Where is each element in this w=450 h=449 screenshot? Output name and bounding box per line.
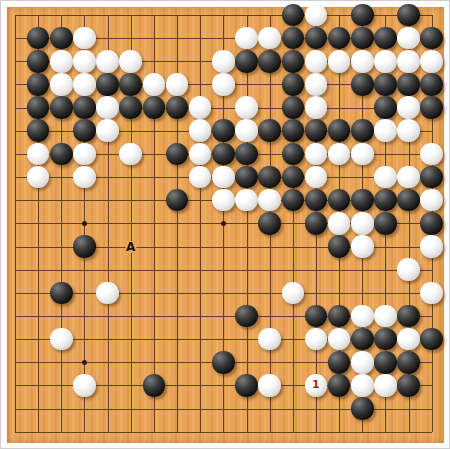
stone-white[interactable] <box>420 235 443 258</box>
stone-white[interactable] <box>73 374 96 397</box>
stone-black[interactable] <box>119 96 142 119</box>
stone-white[interactable] <box>166 73 189 96</box>
stone-white[interactable] <box>397 50 420 73</box>
star-point <box>82 360 87 365</box>
stone-black[interactable] <box>420 96 443 119</box>
stone-black[interactable] <box>235 374 258 397</box>
grid-line-horizontal <box>15 270 432 271</box>
stone-white[interactable] <box>397 27 420 50</box>
stone-white[interactable] <box>212 50 235 73</box>
stone-white[interactable] <box>235 119 258 142</box>
stone-white[interactable] <box>27 143 50 166</box>
stone-black[interactable] <box>258 119 281 142</box>
stone-black[interactable] <box>397 4 420 27</box>
stone-black[interactable] <box>212 351 235 374</box>
stone-white[interactable] <box>50 50 73 73</box>
stone-black[interactable] <box>420 73 443 96</box>
stone-white[interactable] <box>397 258 420 281</box>
stone-white[interactable] <box>258 27 281 50</box>
stone-white[interactable] <box>397 119 420 142</box>
stone-black[interactable] <box>282 96 305 119</box>
stone-white[interactable] <box>351 235 374 258</box>
stone-white[interactable] <box>119 50 142 73</box>
stone-black[interactable] <box>351 4 374 27</box>
stone-black[interactable] <box>50 27 73 50</box>
stone-white[interactable] <box>351 143 374 166</box>
stone-black[interactable] <box>351 328 374 351</box>
grid-line-horizontal <box>15 432 432 433</box>
stone-white[interactable] <box>50 73 73 96</box>
stone-black[interactable] <box>166 143 189 166</box>
move-number-label: 1 <box>312 380 320 391</box>
go-board[interactable]: A1 <box>7 7 444 443</box>
stone-white[interactable] <box>397 328 420 351</box>
stone-white[interactable] <box>374 374 397 397</box>
stone-white[interactable] <box>96 282 119 305</box>
stone-black[interactable] <box>351 27 374 50</box>
stone-black[interactable] <box>212 119 235 142</box>
stone-white[interactable] <box>189 119 212 142</box>
stone-black[interactable] <box>119 73 142 96</box>
stone-black[interactable] <box>282 119 305 142</box>
stone-white[interactable] <box>420 282 443 305</box>
stone-black[interactable] <box>420 27 443 50</box>
stone-black[interactable] <box>282 166 305 189</box>
stone-black[interactable] <box>374 328 397 351</box>
stone-white[interactable] <box>73 73 96 96</box>
stone-white[interactable] <box>73 50 96 73</box>
stone-black[interactable] <box>397 73 420 96</box>
stone-black[interactable] <box>27 119 50 142</box>
stone-white[interactable] <box>374 166 397 189</box>
stone-black[interactable] <box>374 189 397 212</box>
stone-black[interactable] <box>374 96 397 119</box>
stone-black[interactable] <box>328 27 351 50</box>
stone-white[interactable] <box>258 189 281 212</box>
stone-white[interactable] <box>73 143 96 166</box>
stone-white[interactable] <box>73 166 96 189</box>
stone-black[interactable] <box>235 50 258 73</box>
stone-black[interactable] <box>328 119 351 142</box>
stone-white[interactable] <box>328 328 351 351</box>
stone-white[interactable] <box>73 27 96 50</box>
stone-white[interactable] <box>212 73 235 96</box>
stone-black[interactable] <box>282 4 305 27</box>
stone-white[interactable] <box>420 143 443 166</box>
stone-black[interactable] <box>305 305 328 328</box>
stone-black[interactable] <box>143 96 166 119</box>
stone-black[interactable] <box>374 73 397 96</box>
stone-black[interactable] <box>351 73 374 96</box>
stone-black[interactable] <box>374 27 397 50</box>
stone-black[interactable] <box>305 119 328 142</box>
stone-black[interactable] <box>328 305 351 328</box>
stone-black[interactable] <box>282 50 305 73</box>
stone-black[interactable] <box>397 351 420 374</box>
star-point <box>221 221 226 226</box>
stone-white[interactable] <box>96 50 119 73</box>
stone-black[interactable] <box>420 212 443 235</box>
stone-black[interactable] <box>166 189 189 212</box>
stone-white[interactable] <box>282 282 305 305</box>
stone-white[interactable] <box>189 143 212 166</box>
stone-black[interactable] <box>27 50 50 73</box>
stone-white[interactable] <box>374 119 397 142</box>
stone-white[interactable] <box>305 143 328 166</box>
stone-black[interactable] <box>351 397 374 420</box>
stone-white[interactable] <box>235 27 258 50</box>
stone-black[interactable] <box>50 96 73 119</box>
stone-black[interactable] <box>397 189 420 212</box>
stone-white[interactable] <box>212 189 235 212</box>
stone-white[interactable] <box>351 374 374 397</box>
stone-black[interactable] <box>282 27 305 50</box>
stone-black[interactable] <box>143 374 166 397</box>
stone-black[interactable] <box>73 96 96 119</box>
stone-black[interactable] <box>374 351 397 374</box>
grid-line-horizontal <box>15 293 432 294</box>
stone-white[interactable] <box>212 166 235 189</box>
stone-black[interactable] <box>50 282 73 305</box>
stone-black[interactable] <box>282 143 305 166</box>
stone-black[interactable] <box>351 119 374 142</box>
stone-black[interactable] <box>420 166 443 189</box>
stone-white[interactable] <box>27 166 50 189</box>
stone-black[interactable] <box>397 305 420 328</box>
board-frame: A1 <box>0 0 450 449</box>
stone-white[interactable] <box>351 50 374 73</box>
stone-black[interactable] <box>258 50 281 73</box>
stone-black[interactable] <box>258 212 281 235</box>
stone-black[interactable] <box>212 143 235 166</box>
stone-black[interactable] <box>305 189 328 212</box>
stone-white[interactable] <box>96 96 119 119</box>
stone-black[interactable] <box>258 166 281 189</box>
stone-black[interactable] <box>96 73 119 96</box>
stone-black[interactable] <box>27 27 50 50</box>
stone-black[interactable] <box>328 189 351 212</box>
stone-white[interactable] <box>305 96 328 119</box>
stone-black[interactable] <box>166 96 189 119</box>
stone-white[interactable] <box>96 119 119 142</box>
stone-white[interactable] <box>258 328 281 351</box>
stone-black[interactable] <box>328 235 351 258</box>
stone-white[interactable] <box>305 328 328 351</box>
stone-black[interactable] <box>282 189 305 212</box>
stone-black[interactable] <box>328 374 351 397</box>
stone-black[interactable] <box>235 305 258 328</box>
stone-black[interactable] <box>73 119 96 142</box>
stone-white[interactable] <box>143 73 166 96</box>
stone-black[interactable] <box>351 189 374 212</box>
stone-black[interactable] <box>397 374 420 397</box>
stone-black[interactable] <box>374 212 397 235</box>
stone-white[interactable] <box>420 189 443 212</box>
stone-white[interactable] <box>50 328 73 351</box>
stone-white[interactable] <box>328 143 351 166</box>
stone-black[interactable] <box>50 143 73 166</box>
stone-white[interactable] <box>328 50 351 73</box>
stone-white[interactable] <box>235 96 258 119</box>
stone-black[interactable] <box>282 73 305 96</box>
stone-white[interactable] <box>305 73 328 96</box>
stone-white[interactable] <box>351 305 374 328</box>
stone-white[interactable] <box>328 212 351 235</box>
stone-white[interactable] <box>235 189 258 212</box>
stone-black[interactable] <box>305 27 328 50</box>
stone-white[interactable] <box>305 50 328 73</box>
stone-black[interactable] <box>235 143 258 166</box>
stone-white[interactable] <box>420 50 443 73</box>
stone-white[interactable] <box>189 166 212 189</box>
stone-white[interactable] <box>351 351 374 374</box>
stone-white[interactable] <box>258 374 281 397</box>
stone-white[interactable] <box>397 166 420 189</box>
stone-white[interactable] <box>351 212 374 235</box>
stone-black[interactable] <box>328 351 351 374</box>
star-point <box>82 221 87 226</box>
grid-line-vertical <box>247 15 248 432</box>
stone-white[interactable] <box>305 4 328 27</box>
stone-white[interactable] <box>374 50 397 73</box>
stone-black[interactable] <box>305 212 328 235</box>
stone-white[interactable] <box>189 96 212 119</box>
stone-white[interactable] <box>374 305 397 328</box>
point-label-A: A <box>125 241 136 253</box>
stone-white[interactable] <box>305 166 328 189</box>
stone-black[interactable] <box>73 235 96 258</box>
stone-white[interactable] <box>119 143 142 166</box>
stone-black[interactable] <box>235 166 258 189</box>
stone-white[interactable] <box>397 96 420 119</box>
stone-black[interactable] <box>27 96 50 119</box>
stone-black[interactable] <box>420 328 443 351</box>
stone-black[interactable] <box>27 73 50 96</box>
